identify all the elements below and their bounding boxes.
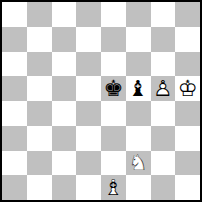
square-f2[interactable]: ♞♘ bbox=[126, 151, 151, 176]
black-king-glyph: ♚ bbox=[101, 76, 126, 101]
chess-board-frame: ♚♝♟♙♚♔♞♘♝♗ bbox=[0, 0, 202, 202]
square-e6[interactable] bbox=[101, 52, 126, 77]
square-b4[interactable] bbox=[27, 101, 52, 126]
white-pawn-glyph: ♙ bbox=[151, 76, 176, 101]
square-e7[interactable] bbox=[101, 27, 126, 52]
black-king: ♚ bbox=[101, 76, 126, 101]
square-f6[interactable] bbox=[126, 52, 151, 77]
square-h5[interactable]: ♚♔ bbox=[175, 76, 200, 101]
square-b1[interactable] bbox=[27, 175, 52, 200]
white-pawn: ♟♙ bbox=[151, 76, 176, 101]
square-c7[interactable] bbox=[52, 27, 77, 52]
square-e8[interactable] bbox=[101, 2, 126, 27]
square-d3[interactable] bbox=[76, 126, 101, 151]
square-b7[interactable] bbox=[27, 27, 52, 52]
white-knight-glyph: ♘ bbox=[126, 151, 151, 176]
square-a5[interactable] bbox=[2, 76, 27, 101]
square-c4[interactable] bbox=[52, 101, 77, 126]
black-bishop: ♝ bbox=[126, 76, 151, 101]
square-b3[interactable] bbox=[27, 126, 52, 151]
square-a3[interactable] bbox=[2, 126, 27, 151]
square-f4[interactable] bbox=[126, 101, 151, 126]
square-f3[interactable] bbox=[126, 126, 151, 151]
square-g3[interactable] bbox=[151, 126, 176, 151]
square-g6[interactable] bbox=[151, 52, 176, 77]
square-e2[interactable] bbox=[101, 151, 126, 176]
square-d5[interactable] bbox=[76, 76, 101, 101]
chess-board: ♚♝♟♙♚♔♞♘♝♗ bbox=[2, 2, 200, 200]
square-a2[interactable] bbox=[2, 151, 27, 176]
square-a8[interactable] bbox=[2, 2, 27, 27]
white-bishop-glyph: ♗ bbox=[101, 175, 126, 200]
square-h3[interactable] bbox=[175, 126, 200, 151]
square-g1[interactable] bbox=[151, 175, 176, 200]
square-a1[interactable] bbox=[2, 175, 27, 200]
square-h7[interactable] bbox=[175, 27, 200, 52]
square-e5[interactable]: ♚ bbox=[101, 76, 126, 101]
square-h1[interactable] bbox=[175, 175, 200, 200]
square-c1[interactable] bbox=[52, 175, 77, 200]
square-f1[interactable] bbox=[126, 175, 151, 200]
square-d6[interactable] bbox=[76, 52, 101, 77]
square-d4[interactable] bbox=[76, 101, 101, 126]
square-c5[interactable] bbox=[52, 76, 77, 101]
square-c2[interactable] bbox=[52, 151, 77, 176]
square-e1[interactable]: ♝♗ bbox=[101, 175, 126, 200]
square-f7[interactable] bbox=[126, 27, 151, 52]
square-h6[interactable] bbox=[175, 52, 200, 77]
square-g7[interactable] bbox=[151, 27, 176, 52]
square-h2[interactable] bbox=[175, 151, 200, 176]
square-c6[interactable] bbox=[52, 52, 77, 77]
square-e4[interactable] bbox=[101, 101, 126, 126]
square-a7[interactable] bbox=[2, 27, 27, 52]
square-b2[interactable] bbox=[27, 151, 52, 176]
square-d2[interactable] bbox=[76, 151, 101, 176]
square-a6[interactable] bbox=[2, 52, 27, 77]
white-bishop: ♝♗ bbox=[101, 175, 126, 200]
square-g4[interactable] bbox=[151, 101, 176, 126]
square-c3[interactable] bbox=[52, 126, 77, 151]
square-e3[interactable] bbox=[101, 126, 126, 151]
square-h4[interactable] bbox=[175, 101, 200, 126]
square-f8[interactable] bbox=[126, 2, 151, 27]
square-a4[interactable] bbox=[2, 101, 27, 126]
square-f5[interactable]: ♝ bbox=[126, 76, 151, 101]
square-g8[interactable] bbox=[151, 2, 176, 27]
square-h8[interactable] bbox=[175, 2, 200, 27]
white-knight: ♞♘ bbox=[126, 151, 151, 176]
square-b6[interactable] bbox=[27, 52, 52, 77]
white-king: ♚♔ bbox=[175, 76, 200, 101]
square-d7[interactable] bbox=[76, 27, 101, 52]
square-g5[interactable]: ♟♙ bbox=[151, 76, 176, 101]
square-c8[interactable] bbox=[52, 2, 77, 27]
black-bishop-glyph: ♝ bbox=[126, 76, 151, 101]
square-d1[interactable] bbox=[76, 175, 101, 200]
square-b8[interactable] bbox=[27, 2, 52, 27]
square-b5[interactable] bbox=[27, 76, 52, 101]
white-king-glyph: ♔ bbox=[175, 76, 200, 101]
square-g2[interactable] bbox=[151, 151, 176, 176]
square-d8[interactable] bbox=[76, 2, 101, 27]
